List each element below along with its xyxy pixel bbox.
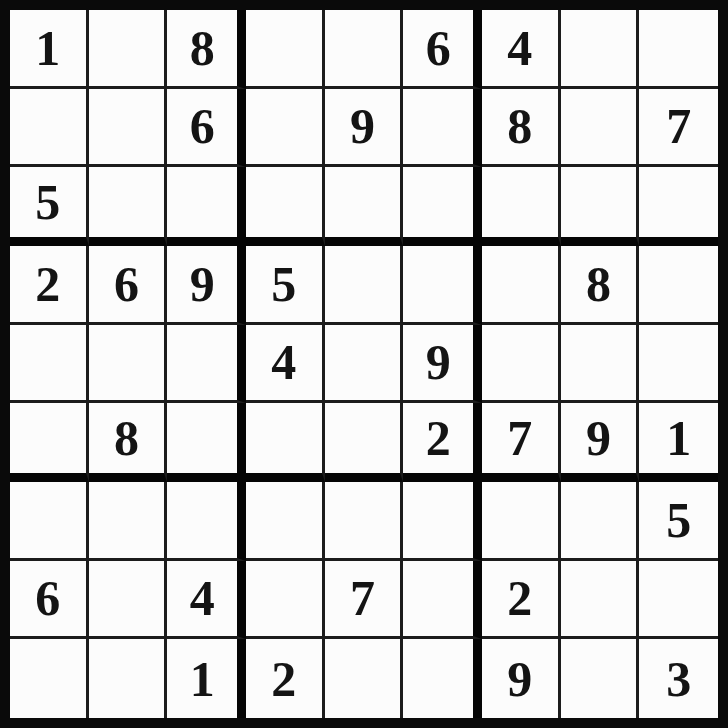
cell-r9c1-empty[interactable] [10,639,89,718]
cell-r9c7-given: 9 [482,639,561,718]
cell-r2c4-empty[interactable] [246,89,325,168]
cell-r4c8-given: 8 [561,246,640,325]
cell-r1c5-empty[interactable] [325,10,404,89]
cell-r9c8-empty[interactable] [561,639,640,718]
cell-r7c8-empty[interactable] [561,482,640,561]
cell-r2c9-given: 7 [639,89,718,168]
cell-r5c3-empty[interactable] [167,325,246,404]
cell-r6c6-given: 2 [403,403,482,482]
cell-r1c4-empty[interactable] [246,10,325,89]
cell-r5c7-empty[interactable] [482,325,561,404]
cell-r2c8-empty[interactable] [561,89,640,168]
cell-r8c8-empty[interactable] [561,561,640,640]
cell-r6c3-empty[interactable] [167,403,246,482]
cell-r1c9-empty[interactable] [639,10,718,89]
cell-r3c2-empty[interactable] [89,167,168,246]
cell-r3c5-empty[interactable] [325,167,404,246]
cell-r2c5-given: 9 [325,89,404,168]
cell-r6c8-given: 9 [561,403,640,482]
cell-r9c3-given: 1 [167,639,246,718]
cell-r8c3-given: 4 [167,561,246,640]
cell-r1c6-given: 6 [403,10,482,89]
cell-r3c7-empty[interactable] [482,167,561,246]
cell-r8c2-empty[interactable] [89,561,168,640]
cell-r4c5-empty[interactable] [325,246,404,325]
cell-r3c6-empty[interactable] [403,167,482,246]
cell-r8c6-empty[interactable] [403,561,482,640]
cell-r5c1-empty[interactable] [10,325,89,404]
cell-r3c3-empty[interactable] [167,167,246,246]
cell-r6c2-given: 8 [89,403,168,482]
cell-r4c4-given: 5 [246,246,325,325]
cell-r1c7-given: 4 [482,10,561,89]
cell-r7c6-empty[interactable] [403,482,482,561]
cell-r4c7-empty[interactable] [482,246,561,325]
cell-r2c7-given: 8 [482,89,561,168]
cell-r2c3-given: 6 [167,89,246,168]
cell-r9c4-given: 2 [246,639,325,718]
cell-r9c2-empty[interactable] [89,639,168,718]
cell-r6c4-empty[interactable] [246,403,325,482]
cell-r4c6-empty[interactable] [403,246,482,325]
cell-r2c6-empty[interactable] [403,89,482,168]
cell-r9c6-empty[interactable] [403,639,482,718]
cell-r7c7-empty[interactable] [482,482,561,561]
cell-r6c1-empty[interactable] [10,403,89,482]
cell-r8c7-given: 2 [482,561,561,640]
cell-r3c8-empty[interactable] [561,167,640,246]
cell-r5c2-empty[interactable] [89,325,168,404]
cell-r2c1-empty[interactable] [10,89,89,168]
sudoku-board: 186469875269584982791564721293 [10,10,718,718]
cell-r7c9-given: 5 [639,482,718,561]
sudoku-board-frame: 186469875269584982791564721293 [0,0,728,728]
cell-r4c2-given: 6 [89,246,168,325]
cell-r6c5-empty[interactable] [325,403,404,482]
cell-r7c2-empty[interactable] [89,482,168,561]
cell-r4c1-given: 2 [10,246,89,325]
cell-r7c3-empty[interactable] [167,482,246,561]
cell-r5c6-given: 9 [403,325,482,404]
cell-r7c5-empty[interactable] [325,482,404,561]
cell-r3c4-empty[interactable] [246,167,325,246]
cell-r5c4-given: 4 [246,325,325,404]
cell-r5c9-empty[interactable] [639,325,718,404]
cell-r3c9-empty[interactable] [639,167,718,246]
cell-r8c1-given: 6 [10,561,89,640]
cell-r1c3-given: 8 [167,10,246,89]
cell-r1c8-empty[interactable] [561,10,640,89]
cell-r2c2-empty[interactable] [89,89,168,168]
cell-r9c5-empty[interactable] [325,639,404,718]
cell-r8c5-given: 7 [325,561,404,640]
cell-r4c3-given: 9 [167,246,246,325]
cell-r7c1-empty[interactable] [10,482,89,561]
cell-r1c2-empty[interactable] [89,10,168,89]
cell-r4c9-empty[interactable] [639,246,718,325]
cell-r5c8-empty[interactable] [561,325,640,404]
cell-r8c4-empty[interactable] [246,561,325,640]
cell-r7c4-empty[interactable] [246,482,325,561]
cell-r6c7-given: 7 [482,403,561,482]
cell-r9c9-given: 3 [639,639,718,718]
cell-r8c9-empty[interactable] [639,561,718,640]
cell-r1c1-given: 1 [10,10,89,89]
cell-r3c1-given: 5 [10,167,89,246]
cell-r6c9-given: 1 [639,403,718,482]
cell-r5c5-empty[interactable] [325,325,404,404]
